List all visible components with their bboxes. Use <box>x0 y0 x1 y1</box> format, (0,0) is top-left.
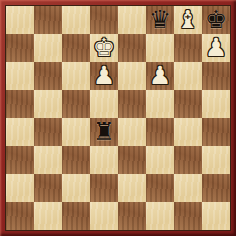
square-h4[interactable] <box>202 118 230 146</box>
square-h2[interactable] <box>202 174 230 202</box>
square-f3[interactable] <box>146 146 174 174</box>
square-d8[interactable] <box>90 6 118 34</box>
square-a1[interactable] <box>6 202 34 230</box>
square-g3[interactable] <box>174 146 202 174</box>
square-g6[interactable] <box>174 62 202 90</box>
board-frame: ♛♝♚♚♟♟♟♜ <box>0 0 236 236</box>
square-f1[interactable] <box>146 202 174 230</box>
chess-board: ♛♝♚♚♟♟♟♜ <box>6 6 230 230</box>
square-a5[interactable] <box>6 90 34 118</box>
piece-white-king[interactable]: ♚ <box>90 34 118 62</box>
square-d3[interactable] <box>90 146 118 174</box>
piece-white-bishop[interactable]: ♝ <box>174 6 202 34</box>
square-d4[interactable]: ♜ <box>90 118 118 146</box>
square-b7[interactable] <box>34 34 62 62</box>
square-e3[interactable] <box>118 146 146 174</box>
square-e8[interactable] <box>118 6 146 34</box>
square-e1[interactable] <box>118 202 146 230</box>
square-a7[interactable] <box>6 34 34 62</box>
square-g2[interactable] <box>174 174 202 202</box>
square-b4[interactable] <box>34 118 62 146</box>
square-h5[interactable] <box>202 90 230 118</box>
square-c2[interactable] <box>62 174 90 202</box>
square-d7[interactable]: ♚ <box>90 34 118 62</box>
square-d1[interactable] <box>90 202 118 230</box>
square-e7[interactable] <box>118 34 146 62</box>
square-f4[interactable] <box>146 118 174 146</box>
square-h1[interactable] <box>202 202 230 230</box>
square-b1[interactable] <box>34 202 62 230</box>
square-h8[interactable]: ♚ <box>202 6 230 34</box>
square-a2[interactable] <box>6 174 34 202</box>
square-e4[interactable] <box>118 118 146 146</box>
square-h3[interactable] <box>202 146 230 174</box>
square-e6[interactable] <box>118 62 146 90</box>
square-c4[interactable] <box>62 118 90 146</box>
square-c5[interactable] <box>62 90 90 118</box>
square-d6[interactable]: ♟ <box>90 62 118 90</box>
square-f8[interactable]: ♛ <box>146 6 174 34</box>
square-c3[interactable] <box>62 146 90 174</box>
piece-black-rook[interactable]: ♜ <box>90 118 118 146</box>
square-d5[interactable] <box>90 90 118 118</box>
square-g5[interactable] <box>174 90 202 118</box>
square-g7[interactable] <box>174 34 202 62</box>
square-a4[interactable] <box>6 118 34 146</box>
piece-white-pawn[interactable]: ♟ <box>146 62 174 90</box>
square-e5[interactable] <box>118 90 146 118</box>
square-b2[interactable] <box>34 174 62 202</box>
square-a6[interactable] <box>6 62 34 90</box>
square-f2[interactable] <box>146 174 174 202</box>
piece-white-pawn[interactable]: ♟ <box>90 62 118 90</box>
piece-black-king[interactable]: ♚ <box>202 6 230 34</box>
square-g1[interactable] <box>174 202 202 230</box>
square-b3[interactable] <box>34 146 62 174</box>
square-a8[interactable] <box>6 6 34 34</box>
square-b5[interactable] <box>34 90 62 118</box>
square-h7[interactable]: ♟ <box>202 34 230 62</box>
square-f6[interactable]: ♟ <box>146 62 174 90</box>
square-c7[interactable] <box>62 34 90 62</box>
square-g8[interactable]: ♝ <box>174 6 202 34</box>
square-b6[interactable] <box>34 62 62 90</box>
square-d2[interactable] <box>90 174 118 202</box>
square-h6[interactable] <box>202 62 230 90</box>
square-b8[interactable] <box>34 6 62 34</box>
square-c8[interactable] <box>62 6 90 34</box>
square-g4[interactable] <box>174 118 202 146</box>
square-c6[interactable] <box>62 62 90 90</box>
square-e2[interactable] <box>118 174 146 202</box>
square-f5[interactable] <box>146 90 174 118</box>
square-c1[interactable] <box>62 202 90 230</box>
piece-white-pawn[interactable]: ♟ <box>202 34 230 62</box>
square-f7[interactable] <box>146 34 174 62</box>
piece-black-queen[interactable]: ♛ <box>146 6 174 34</box>
square-a3[interactable] <box>6 146 34 174</box>
